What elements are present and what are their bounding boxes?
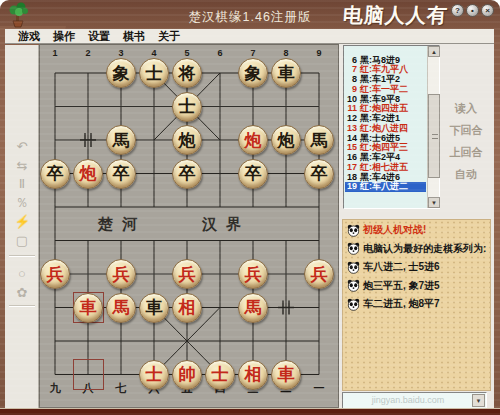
file-label-top-3: 3 [111, 49, 131, 58]
red-piece-士[interactable]: 士 [139, 360, 169, 390]
file-label-top-8: 8 [276, 49, 296, 58]
red-piece-士[interactable]: 士 [205, 360, 235, 390]
black-piece-炮[interactable]: 炮 [271, 125, 301, 155]
file-label-top-9: 9 [309, 49, 329, 58]
move-text: 红:车一平二 [360, 85, 408, 94]
combobox-ghost-text: jingyan.baidu.com [343, 396, 473, 405]
black-piece-卒[interactable]: 卒 [106, 159, 136, 189]
move-text: 黑:车2进1 [360, 114, 400, 123]
move-text: 黑:车1平2 [360, 75, 400, 84]
file-label-top-7: 7 [243, 49, 263, 58]
last-move-square-marker [73, 359, 104, 390]
move-number: 12 [345, 114, 357, 123]
lightning-icon[interactable]: ⚡ [5, 215, 39, 228]
engine-info-line-3: 车八进二, 士5进6 [347, 260, 440, 274]
move-text: 红:车九平八 [360, 65, 408, 74]
move-number: 6 [345, 56, 357, 65]
file-label-bottom-1: 九 [45, 383, 65, 394]
panda-icon [347, 298, 360, 311]
engine-info-text: 车二进五, 炮8平7 [363, 299, 440, 309]
move-text: 黑:士6进5 [360, 134, 400, 143]
file-label-top-1: 1 [45, 49, 65, 58]
bottom-combobox[interactable]: jingyan.baidu.com ▼ [342, 392, 487, 409]
black-piece-卒[interactable]: 卒 [304, 159, 334, 189]
engine-info-line-2: 电脑认为最好的走棋系列为: [347, 242, 486, 256]
scroll-grip [432, 134, 438, 139]
move-text: 红:炮八进四 [360, 124, 408, 133]
file-label-top-4: 4 [144, 49, 164, 58]
file-label-top-6: 6 [210, 49, 230, 58]
red-piece-炮[interactable]: 炮 [238, 125, 268, 155]
toolbar-separator [9, 305, 35, 306]
move-number: 18 [345, 173, 357, 182]
menu-item-2[interactable]: 操作 [53, 31, 75, 42]
file-label-bottom-9: 一 [309, 383, 329, 394]
move-text: 黑:车9平8 [360, 95, 400, 104]
move-list-scrollbar[interactable]: ▲ ▼ [427, 46, 439, 208]
move-number: 14 [345, 134, 357, 143]
menu-bar: 游戏操作设置棋书关于 [5, 29, 494, 44]
panda-icon [347, 261, 360, 274]
title-bar[interactable]: 楚汉棋缘1.46注册版 电脑人人有 ?•× [0, 0, 500, 29]
black-piece-士[interactable]: 士 [172, 92, 202, 122]
red-piece-車[interactable]: 車 [271, 360, 301, 390]
close-button[interactable]: × [481, 4, 494, 17]
river-label-left: 楚河 [98, 215, 162, 234]
red-piece-帥[interactable]: 帥 [172, 360, 202, 390]
engine-info-panel: 初级人机对战!电脑认为最好的走棋系列为:车八进二, 士5进6炮三平五, 象7进5… [342, 219, 491, 391]
file-label-top-5: 5 [177, 49, 197, 58]
flower-icon[interactable]: ✿ [5, 286, 39, 299]
minimize-button[interactable]: • [466, 4, 479, 17]
file-label-bottom-3: 七 [111, 383, 131, 394]
move-row-19[interactable]: 19红:车八进二 [345, 182, 426, 192]
menu-item-3[interactable]: 设置 [88, 31, 110, 42]
move-row-9[interactable]: 9红:车一平二 [345, 84, 426, 94]
red-piece-兵[interactable]: 兵 [238, 259, 268, 289]
move-number: 11 [345, 104, 357, 113]
black-piece-馬[interactable]: 馬 [304, 125, 334, 155]
scroll-down-button[interactable]: ▼ [428, 197, 440, 208]
move-text: 黑:车2平4 [360, 153, 400, 162]
next-round-button[interactable]: 下回合 [439, 124, 493, 137]
panda-icon [347, 279, 360, 292]
menu-item-4[interactable]: 棋书 [123, 31, 145, 42]
prev-round-button[interactable]: 上回合 [439, 146, 493, 159]
river-label-right: 汉界 [202, 215, 266, 234]
move-row-12[interactable]: 12黑:车2进1 [345, 114, 426, 124]
red-piece-兵[interactable]: 兵 [106, 259, 136, 289]
move-number: 8 [345, 75, 357, 84]
move-number: 19 [345, 182, 357, 191]
engine-info-line-1: 初级人机对战! [347, 223, 426, 237]
red-piece-馬[interactable]: 馬 [106, 293, 136, 323]
move-number: 7 [345, 65, 357, 74]
move-number: 10 [345, 95, 357, 104]
black-piece-車[interactable]: 車 [271, 58, 301, 88]
app-window: 楚汉棋缘1.46注册版 电脑人人有 ?•× 游戏操作设置棋书关于 ↶⇆Ⅱ％⚡▢○… [0, 0, 500, 415]
move-row-16[interactable]: 16黑:车2平4 [345, 153, 426, 163]
menu-item-1[interactable]: 游戏 [18, 31, 40, 42]
red-piece-車[interactable]: 車 [73, 293, 103, 323]
black-piece-卒[interactable]: 卒 [238, 159, 268, 189]
move-row-13[interactable]: 13红:炮八进四 [345, 123, 426, 133]
panda-icon [347, 242, 360, 255]
red-piece-馬[interactable]: 馬 [238, 293, 268, 323]
xiangqi-board[interactable]: 123456789 九八七六五四三二一 楚河 汉界 象士将象車士馬炮炮炮馬卒炮卒… [39, 44, 339, 408]
engine-info-line-5: 车二进五, 炮8平7 [347, 297, 440, 311]
left-toolbar: ↶⇆Ⅱ％⚡▢○✿ [5, 45, 39, 408]
combobox-dropdown-button[interactable]: ▼ [472, 394, 485, 407]
engine-info-text: 电脑认为最好的走棋系列为: [363, 244, 486, 254]
move-row-17[interactable]: 17红:相七进五 [345, 162, 426, 172]
file-label-top-2: 2 [78, 49, 98, 58]
red-piece-炮[interactable]: 炮 [73, 159, 103, 189]
panda-icon [347, 224, 360, 237]
move-number: 13 [345, 124, 357, 133]
red-piece-兵[interactable]: 兵 [304, 259, 334, 289]
auto-button[interactable]: 自动 [439, 168, 493, 181]
board-page-icon[interactable]: ▢ [5, 234, 39, 247]
black-piece-馬[interactable]: 馬 [106, 125, 136, 155]
undo-icon[interactable]: ↶ [5, 140, 39, 153]
black-piece-卒[interactable]: 卒 [172, 159, 202, 189]
circle-icon[interactable]: ○ [5, 267, 39, 280]
toolbar-separator [9, 255, 35, 256]
move-text: 红:车八进二 [360, 182, 408, 191]
engine-info-text: 车八进二, 士5进6 [363, 262, 440, 272]
move-list[interactable]: 6黑:马8进97红:车九平八8黑:车1平29红:车一平二10黑:车9平811红:… [343, 45, 440, 209]
red-piece-相[interactable]: 相 [238, 360, 268, 390]
bottom-frame-bar [0, 408, 500, 415]
black-piece-卒[interactable]: 卒 [40, 159, 70, 189]
brand-calligraphy: 电脑人人有 [342, 2, 449, 29]
black-piece-象[interactable]: 象 [238, 58, 268, 88]
right-panel: 6黑:马8进97红:车九平八8黑:车1平29红:车一平二10黑:车9平811红:… [339, 44, 494, 408]
red-piece-兵[interactable]: 兵 [40, 259, 70, 289]
engine-info-text: 炮三平五, 象7进5 [363, 281, 440, 291]
black-piece-車[interactable]: 車 [139, 293, 169, 323]
move-text: 红:炮四进五 [360, 104, 408, 113]
move-text: 红:相七进五 [360, 163, 408, 172]
move-number: 15 [345, 143, 357, 152]
move-text: 红:炮四平三 [360, 143, 408, 152]
black-piece-士[interactable]: 士 [139, 58, 169, 88]
percent-icon[interactable]: ％ [5, 196, 39, 209]
swap-moves-icon[interactable]: ⇆ [5, 159, 39, 172]
move-number: 16 [345, 153, 357, 162]
engine-info-text: 初级人机对战! [363, 225, 426, 235]
menu-item-5[interactable]: 关于 [158, 31, 180, 42]
move-number: 9 [345, 85, 357, 94]
window-controls: ?•× [451, 4, 494, 17]
black-piece-炮[interactable]: 炮 [172, 125, 202, 155]
move-row-8[interactable]: 8黑:车1平2 [345, 75, 426, 85]
engine-info-line-4: 炮三平五, 象7进5 [347, 279, 440, 293]
black-piece-将[interactable]: 将 [172, 58, 202, 88]
red-piece-相[interactable]: 相 [172, 293, 202, 323]
move-number: 17 [345, 163, 357, 172]
pause-icon[interactable]: Ⅱ [5, 177, 39, 190]
load-button[interactable]: 读入 [439, 102, 493, 115]
black-piece-象[interactable]: 象 [106, 58, 136, 88]
red-piece-兵[interactable]: 兵 [172, 259, 202, 289]
help-button[interactable]: ? [451, 4, 464, 17]
scroll-up-button[interactable]: ▲ [428, 46, 440, 57]
